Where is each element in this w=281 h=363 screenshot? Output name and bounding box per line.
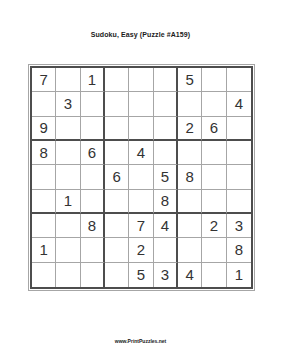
cell-r4c2: [56, 141, 80, 165]
cell-r2c5: [129, 92, 153, 116]
site-watermark: www.PrintPuzzles.net: [0, 338, 281, 344]
cell-r6c3: [81, 190, 105, 214]
cell-r2c2: 3: [56, 92, 80, 116]
cell-r4c1: 8: [32, 141, 56, 165]
cell-r5c8: [202, 165, 226, 189]
cell-r2c8: [202, 92, 226, 116]
cell-r6c7: [178, 190, 202, 214]
cell-r9c5: 5: [129, 263, 153, 287]
cell-r4c8: [202, 141, 226, 165]
cell-r4c7: [178, 141, 202, 165]
cell-r4c6: [154, 141, 178, 165]
cell-r7c4: [105, 214, 129, 238]
cell-r3c7: 2: [178, 117, 202, 141]
cell-r9c3: [81, 263, 105, 287]
cell-r3c5: [129, 117, 153, 141]
cell-r6c9: [227, 190, 251, 214]
cell-r7c2: [56, 214, 80, 238]
cell-r2c3: [81, 92, 105, 116]
cell-r1c7: 5: [178, 68, 202, 92]
cell-r7c5: 7: [129, 214, 153, 238]
cell-r8c4: [105, 238, 129, 262]
puzzle-title: Sudoku, Easy (Puzzle #A159): [0, 31, 281, 38]
cell-r1c2: [56, 68, 80, 92]
cell-r6c8: [202, 190, 226, 214]
cell-r5c2: [56, 165, 80, 189]
sudoku-grid: 7153492686465818874231285341: [30, 66, 253, 289]
cell-r7c7: [178, 214, 202, 238]
cell-r9c6: 3: [154, 263, 178, 287]
cell-r8c5: 2: [129, 238, 153, 262]
cell-r6c2: 1: [56, 190, 80, 214]
cell-r6c6: 8: [154, 190, 178, 214]
cell-r3c1: 9: [32, 117, 56, 141]
cell-r7c6: 4: [154, 214, 178, 238]
cell-r2c7: [178, 92, 202, 116]
cell-r1c6: [154, 68, 178, 92]
cell-r2c4: [105, 92, 129, 116]
cell-r1c5: [129, 68, 153, 92]
cell-r3c8: 6: [202, 117, 226, 141]
cell-r1c3: 1: [81, 68, 105, 92]
cell-r5c1: [32, 165, 56, 189]
cell-r7c9: 3: [227, 214, 251, 238]
cell-r8c8: [202, 238, 226, 262]
cell-r9c2: [56, 263, 80, 287]
cell-r6c5: [129, 190, 153, 214]
cell-r7c1: [32, 214, 56, 238]
cell-r9c4: [105, 263, 129, 287]
cell-r6c1: [32, 190, 56, 214]
cell-r2c1: [32, 92, 56, 116]
cell-r9c7: 4: [178, 263, 202, 287]
cell-r8c1: 1: [32, 238, 56, 262]
cell-r7c8: 2: [202, 214, 226, 238]
cell-r5c6: 5: [154, 165, 178, 189]
cell-r5c5: [129, 165, 153, 189]
cell-r3c9: [227, 117, 251, 141]
cell-r3c3: [81, 117, 105, 141]
cell-r5c4: 6: [105, 165, 129, 189]
cell-r4c4: [105, 141, 129, 165]
cell-r2c6: [154, 92, 178, 116]
cell-r1c4: [105, 68, 129, 92]
cell-r3c4: [105, 117, 129, 141]
cell-r5c7: 8: [178, 165, 202, 189]
cell-r5c3: [81, 165, 105, 189]
cell-r8c9: 8: [227, 238, 251, 262]
cell-r8c2: [56, 238, 80, 262]
cell-r1c8: [202, 68, 226, 92]
cell-r4c3: 6: [81, 141, 105, 165]
cell-r8c6: [154, 238, 178, 262]
cell-r8c3: [81, 238, 105, 262]
cell-r9c1: [32, 263, 56, 287]
cell-r9c9: 1: [227, 263, 251, 287]
cell-r6c4: [105, 190, 129, 214]
cell-r1c1: 7: [32, 68, 56, 92]
cell-r7c3: 8: [81, 214, 105, 238]
cell-r4c9: [227, 141, 251, 165]
cell-r1c9: [227, 68, 251, 92]
cell-r9c8: [202, 263, 226, 287]
cell-r2c9: 4: [227, 92, 251, 116]
cell-r3c2: [56, 117, 80, 141]
cell-r3c6: [154, 117, 178, 141]
cell-r5c9: [227, 165, 251, 189]
cell-r4c5: 4: [129, 141, 153, 165]
cell-r8c7: [178, 238, 202, 262]
